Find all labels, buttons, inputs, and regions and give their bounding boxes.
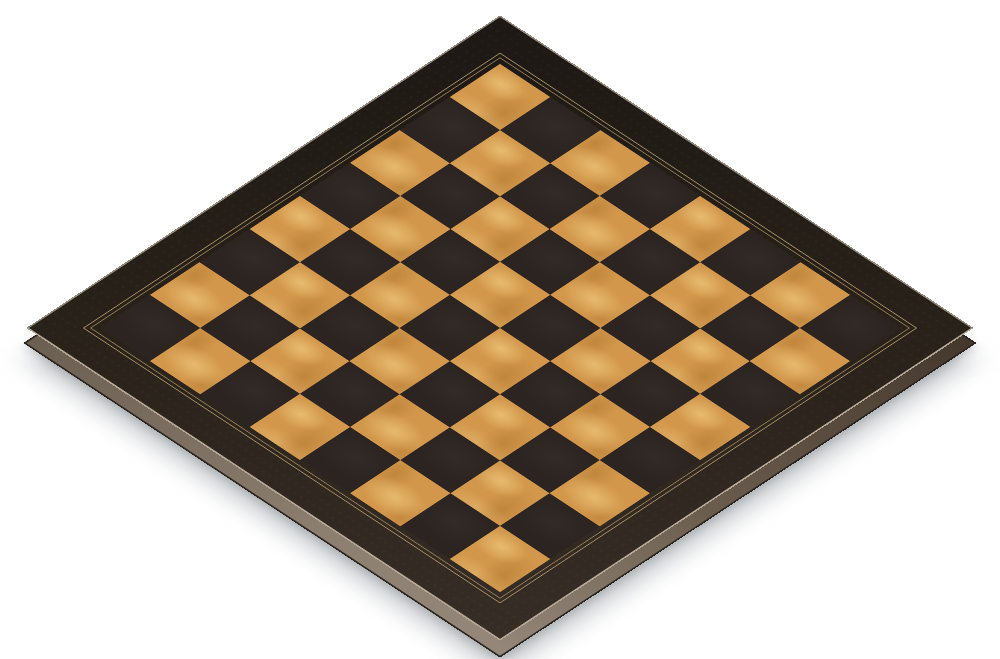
playing-field bbox=[100, 64, 900, 592]
photo-background bbox=[0, 0, 1000, 659]
chess-board bbox=[26, 15, 974, 640]
